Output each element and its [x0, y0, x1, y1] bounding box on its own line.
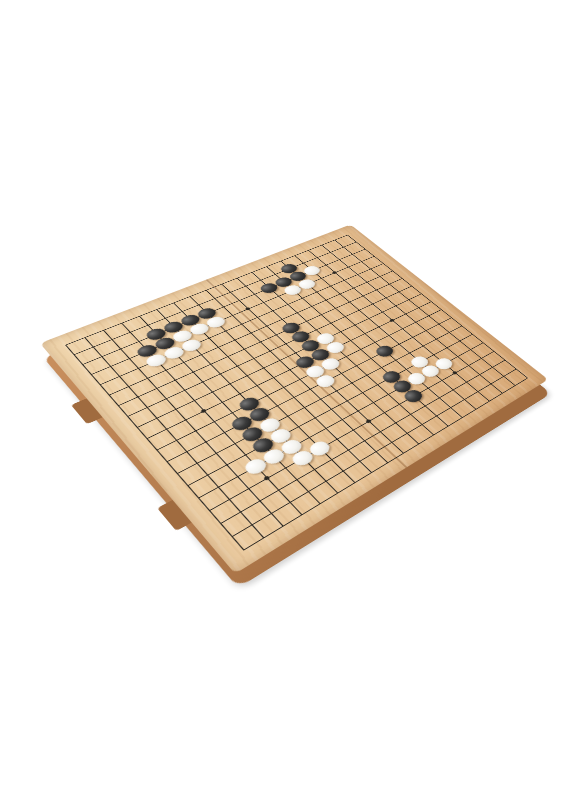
go-board	[40, 225, 548, 574]
go-grid	[65, 235, 527, 550]
grid-line-horizontal	[243, 378, 528, 551]
grid-line-vertical	[206, 290, 388, 463]
product-photo-scene	[0, 0, 587, 800]
